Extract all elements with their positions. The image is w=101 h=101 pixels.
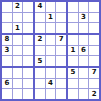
sudoku-box-5: 275 bbox=[35, 35, 66, 66]
cell-r6c7-empty[interactable] bbox=[68, 56, 78, 66]
cell-r8c9-empty[interactable] bbox=[89, 79, 99, 89]
cell-r5c8-given: 6 bbox=[79, 46, 89, 56]
cell-r8c2-empty[interactable] bbox=[13, 79, 23, 89]
cell-r7c2-empty[interactable] bbox=[13, 68, 23, 78]
cell-r9c5-empty[interactable] bbox=[46, 89, 56, 99]
cell-r6c4-given: 5 bbox=[35, 56, 45, 66]
cell-r6c1-empty[interactable] bbox=[2, 56, 12, 66]
cell-r4c5-empty[interactable] bbox=[46, 35, 56, 45]
cell-r1c6-empty[interactable] bbox=[56, 2, 66, 12]
cell-r9c8-empty[interactable] bbox=[79, 89, 89, 99]
sudoku-box-9: 572 bbox=[68, 68, 99, 99]
cell-r6c3-empty[interactable] bbox=[23, 56, 33, 66]
sudoku-box-8: 4 bbox=[35, 68, 66, 99]
sudoku-box-6: 16 bbox=[68, 35, 99, 66]
cell-r7c7-given: 5 bbox=[68, 68, 78, 78]
cell-r2c5-given: 1 bbox=[46, 13, 56, 23]
cell-r5c7-given: 1 bbox=[68, 46, 78, 56]
cell-r4c2-empty[interactable] bbox=[13, 35, 23, 45]
cell-r7c1-empty[interactable] bbox=[2, 68, 12, 78]
cell-r9c2-empty[interactable] bbox=[13, 89, 23, 99]
cell-r1c8-empty[interactable] bbox=[79, 2, 89, 12]
cell-r6c8-empty[interactable] bbox=[79, 56, 89, 66]
cell-r2c1-empty[interactable] bbox=[2, 13, 12, 23]
cell-r7c8-empty[interactable] bbox=[79, 68, 89, 78]
cell-r2c6-empty[interactable] bbox=[56, 13, 66, 23]
cell-r5c3-empty[interactable] bbox=[23, 46, 33, 56]
cell-r9c9-given: 2 bbox=[89, 89, 99, 99]
cell-r8c8-empty[interactable] bbox=[79, 79, 89, 89]
cell-r7c9-given: 7 bbox=[89, 68, 99, 78]
cell-r2c4-empty[interactable] bbox=[35, 13, 45, 23]
cell-r1c4-given: 4 bbox=[35, 2, 45, 12]
cell-r4c3-empty[interactable] bbox=[23, 35, 33, 45]
cell-r9c4-empty[interactable] bbox=[35, 89, 45, 99]
sudoku-box-1: 21 bbox=[2, 2, 33, 33]
sudoku-board: 21413832751664572 bbox=[0, 0, 101, 101]
cell-r3c4-empty[interactable] bbox=[35, 23, 45, 33]
cell-r6c6-empty[interactable] bbox=[56, 56, 66, 66]
cell-r5c4-empty[interactable] bbox=[35, 46, 45, 56]
cell-r4c6-given: 7 bbox=[56, 35, 66, 45]
cell-r9c7-empty[interactable] bbox=[68, 89, 78, 99]
cell-r4c1-given: 8 bbox=[2, 35, 12, 45]
cell-r4c8-empty[interactable] bbox=[79, 35, 89, 45]
cell-r7c6-empty[interactable] bbox=[56, 68, 66, 78]
cell-r1c7-empty[interactable] bbox=[68, 2, 78, 12]
cell-r2c2-empty[interactable] bbox=[13, 13, 23, 23]
cell-r3c1-empty[interactable] bbox=[2, 23, 12, 33]
cell-r1c3-empty[interactable] bbox=[23, 2, 33, 12]
cell-r3c9-empty[interactable] bbox=[89, 23, 99, 33]
cell-r2c9-empty[interactable] bbox=[89, 13, 99, 23]
cell-r4c7-empty[interactable] bbox=[68, 35, 78, 45]
cell-r8c3-empty[interactable] bbox=[23, 79, 33, 89]
sudoku-box-3: 3 bbox=[68, 2, 99, 33]
cell-r9c1-empty[interactable] bbox=[2, 89, 12, 99]
cell-r3c2-given: 1 bbox=[13, 23, 23, 33]
sudoku-box-4: 83 bbox=[2, 35, 33, 66]
cell-r3c8-empty[interactable] bbox=[79, 23, 89, 33]
cell-r6c9-empty[interactable] bbox=[89, 56, 99, 66]
cell-r8c4-empty[interactable] bbox=[35, 79, 45, 89]
cell-r8c1-given: 6 bbox=[2, 79, 12, 89]
cell-r9c3-empty[interactable] bbox=[23, 89, 33, 99]
cell-r2c3-empty[interactable] bbox=[23, 13, 33, 23]
sudoku-box-2: 41 bbox=[35, 2, 66, 33]
cell-r3c7-empty[interactable] bbox=[68, 23, 78, 33]
cell-r2c7-empty[interactable] bbox=[68, 13, 78, 23]
cell-r6c5-empty[interactable] bbox=[46, 56, 56, 66]
cell-r2c8-given: 3 bbox=[79, 13, 89, 23]
cell-r5c9-empty[interactable] bbox=[89, 46, 99, 56]
cell-r8c5-given: 4 bbox=[46, 79, 56, 89]
cell-r3c5-empty[interactable] bbox=[46, 23, 56, 33]
sudoku-box-7: 6 bbox=[2, 68, 33, 99]
cell-r3c6-empty[interactable] bbox=[56, 23, 66, 33]
cell-r3c3-empty[interactable] bbox=[23, 23, 33, 33]
cell-r5c1-given: 3 bbox=[2, 46, 12, 56]
cell-r7c3-empty[interactable] bbox=[23, 68, 33, 78]
cell-r6c2-empty[interactable] bbox=[13, 56, 23, 66]
cell-r4c4-given: 2 bbox=[35, 35, 45, 45]
cell-r1c2-given: 2 bbox=[13, 2, 23, 12]
cell-r1c5-empty[interactable] bbox=[46, 2, 56, 12]
cell-r8c7-empty[interactable] bbox=[68, 79, 78, 89]
cell-r1c9-empty[interactable] bbox=[89, 2, 99, 12]
cell-r7c5-empty[interactable] bbox=[46, 68, 56, 78]
cell-r5c2-empty[interactable] bbox=[13, 46, 23, 56]
cell-r5c6-empty[interactable] bbox=[56, 46, 66, 56]
cell-r4c9-empty[interactable] bbox=[89, 35, 99, 45]
cell-r8c6-empty[interactable] bbox=[56, 79, 66, 89]
cell-r9c6-empty[interactable] bbox=[56, 89, 66, 99]
cell-r5c5-empty[interactable] bbox=[46, 46, 56, 56]
cell-r1c1-empty[interactable] bbox=[2, 2, 12, 12]
cell-r7c4-empty[interactable] bbox=[35, 68, 45, 78]
